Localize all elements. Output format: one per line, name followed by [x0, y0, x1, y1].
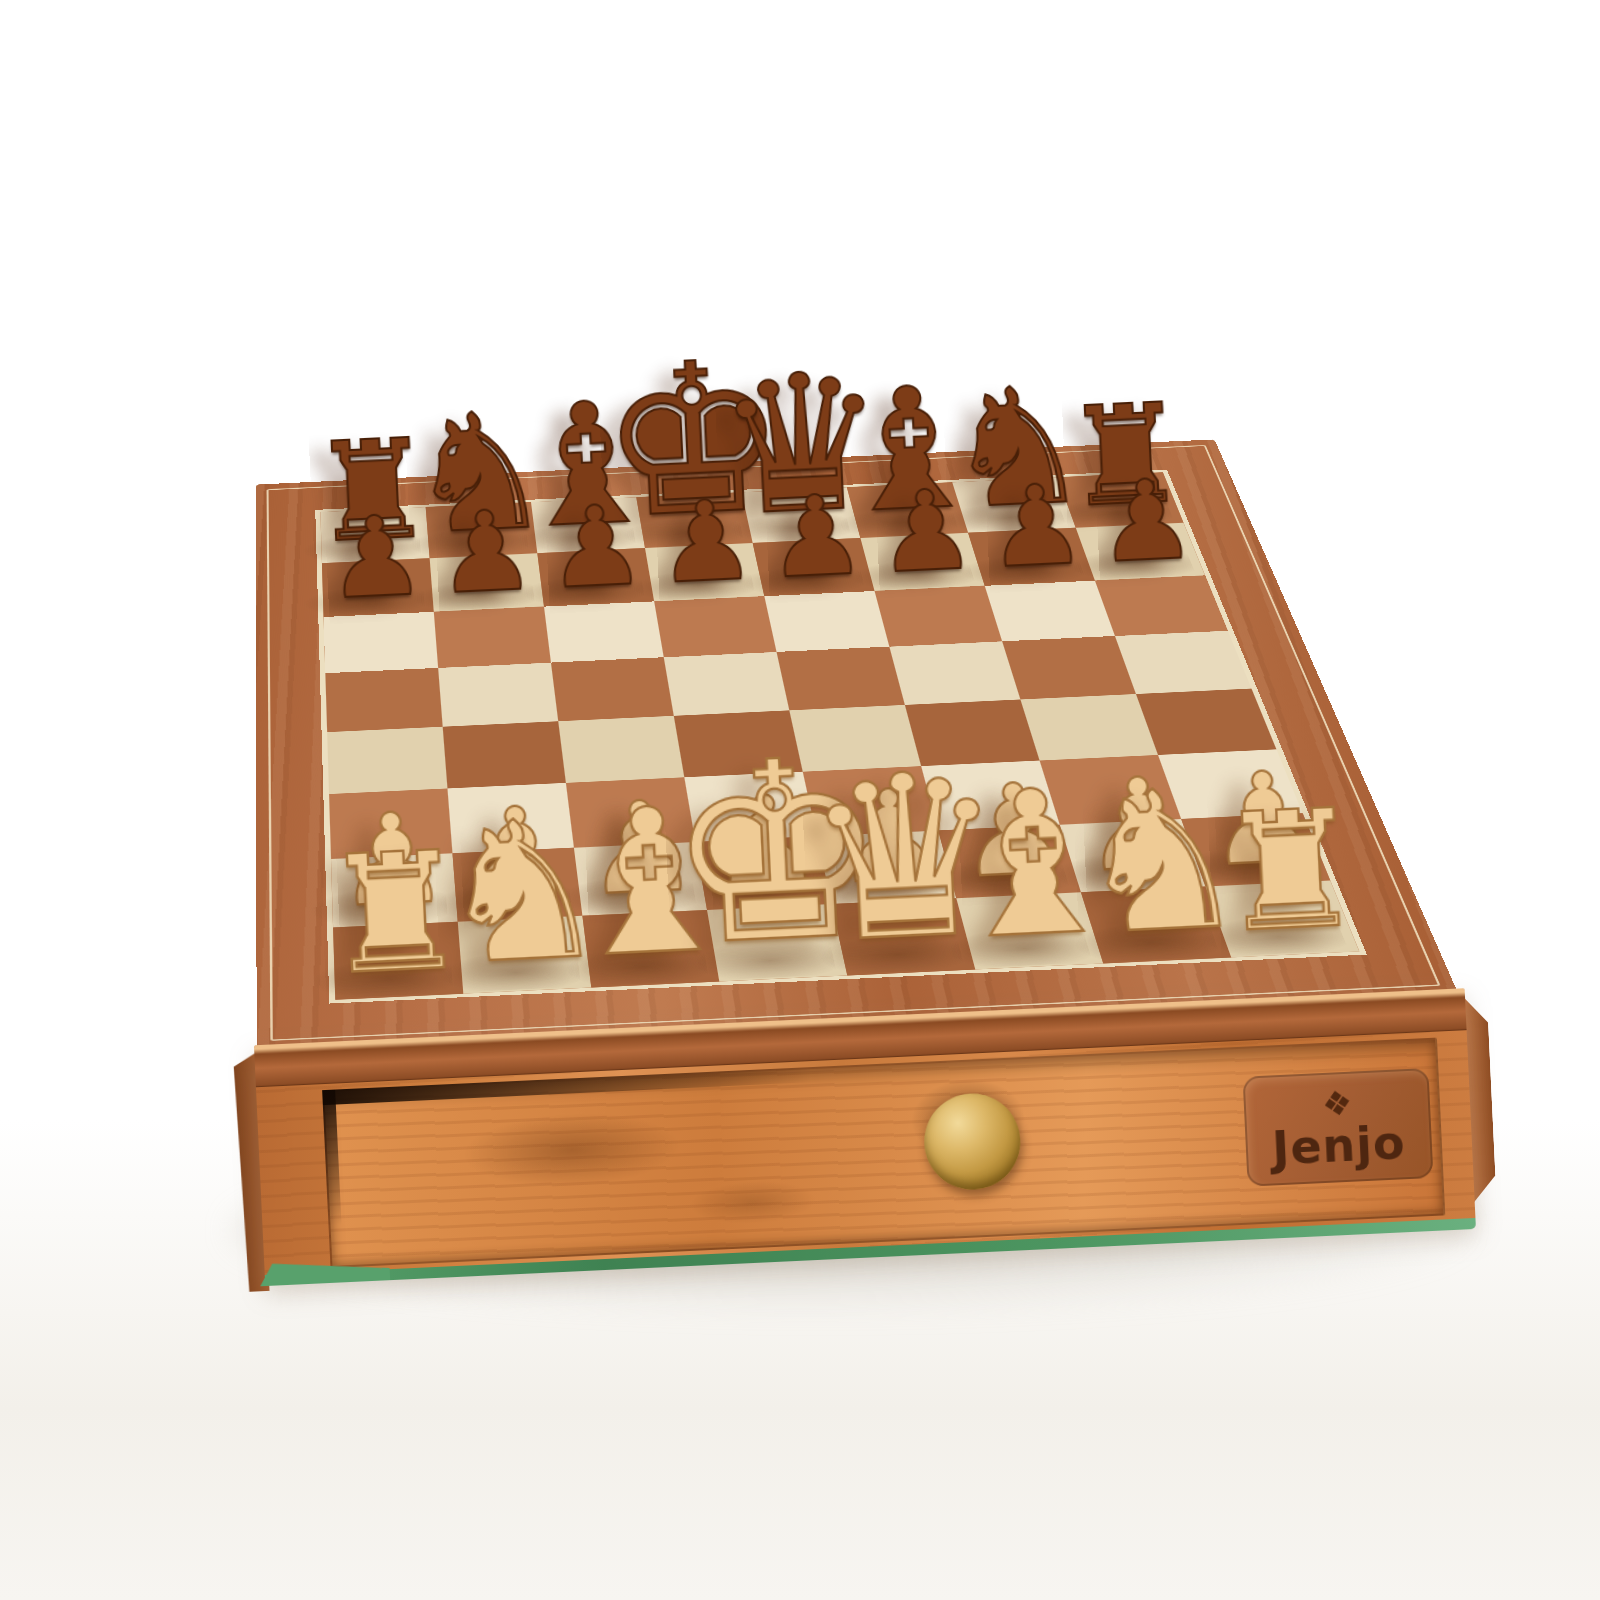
square-b5[interactable]: [438, 663, 558, 727]
square-f7[interactable]: ♟: [860, 533, 984, 591]
square-d7[interactable]: ♟: [645, 543, 764, 601]
square-f5[interactable]: [889, 641, 1020, 705]
square-g6[interactable]: [985, 581, 1115, 642]
studio-backdrop: ♜♞♝♚♛♝♞♜♟♟♟♟♟♟♟♟♟♟♟♟♟♟♟♟♜♞♝♚♛♝♞♜ ❖ Jenjo: [0, 0, 1600, 1600]
square-a5[interactable]: [325, 668, 442, 732]
square-c6[interactable]: [544, 601, 664, 662]
square-h7[interactable]: ♟: [1076, 523, 1205, 581]
square-a7[interactable]: ♟: [322, 558, 434, 617]
square-d6[interactable]: [654, 596, 776, 657]
square-b6[interactable]: [434, 607, 551, 668]
square-h1[interactable]: ♜: [1206, 881, 1360, 958]
square-e6[interactable]: [764, 591, 889, 652]
black-pawn[interactable]: ♟: [654, 484, 758, 599]
drawer-gap-shadow-left: [322, 1090, 341, 1226]
square-e5[interactable]: [777, 647, 905, 711]
square-c5[interactable]: [551, 657, 674, 721]
square-d5[interactable]: [664, 652, 790, 716]
square-h6[interactable]: [1095, 575, 1228, 636]
square-g5[interactable]: [1002, 636, 1136, 699]
black-pawn[interactable]: ♟: [434, 495, 538, 610]
black-pawn[interactable]: ♟: [1095, 464, 1199, 579]
square-g7[interactable]: ♟: [968, 528, 1095, 586]
jenjo-logo-icon: ❖: [1319, 1084, 1355, 1123]
board-perspective-wrap: ♜♞♝♚♛♝♞♜♟♟♟♟♟♟♟♟♟♟♟♟♟♟♟♟♜♞♝♚♛♝♞♜: [256, 439, 1244, 1104]
square-g1[interactable]: ♞: [1081, 886, 1231, 963]
square-a6[interactable]: [324, 612, 439, 673]
square-b7[interactable]: ♟: [430, 553, 544, 612]
black-pawn[interactable]: ♟: [324, 500, 428, 615]
board-top: ♜♞♝♚♛♝♞♜♟♟♟♟♟♟♟♟♟♟♟♟♟♟♟♟♜♞♝♚♛♝♞♜: [256, 439, 1459, 1049]
square-c7[interactable]: ♟: [537, 548, 654, 607]
black-pawn[interactable]: ♟: [985, 469, 1089, 584]
brand-patch: ❖ Jenjo: [1243, 1068, 1434, 1187]
chess-box-set: ♜♞♝♚♛♝♞♜♟♟♟♟♟♟♟♟♟♟♟♟♟♟♟♟♜♞♝♚♛♝♞♜ ❖ Jenjo: [256, 439, 1255, 1343]
black-pawn[interactable]: ♟: [544, 489, 648, 604]
jenjo-logo-text: Jenjo: [1271, 1119, 1406, 1171]
square-e7[interactable]: ♟: [753, 538, 875, 596]
brass-knob-face: [922, 1091, 1022, 1191]
chess-board: ♜♞♝♚♛♝♞♜♟♟♟♟♟♟♟♟♟♟♟♟♟♟♟♟♜♞♝♚♛♝♞♜: [315, 470, 1367, 1004]
black-pawn[interactable]: ♟: [874, 474, 978, 589]
white-rook[interactable]: ♜: [1214, 786, 1367, 955]
brass-drawer-knob[interactable]: [922, 1091, 1022, 1191]
square-h5[interactable]: [1115, 631, 1252, 694]
square-f6[interactable]: [875, 586, 1003, 647]
black-pawn[interactable]: ♟: [764, 479, 868, 594]
